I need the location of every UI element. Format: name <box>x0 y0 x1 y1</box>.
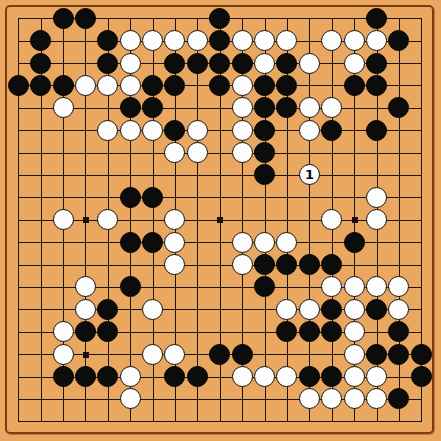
black-stone <box>142 187 163 208</box>
white-stone <box>299 299 320 320</box>
white-stone <box>187 120 208 141</box>
black-stone <box>209 75 230 96</box>
marked-stone-move-1: 1 <box>299 164 320 185</box>
black-stone <box>344 75 365 96</box>
white-stone <box>187 142 208 163</box>
white-stone <box>120 388 141 409</box>
white-stone <box>276 30 297 51</box>
white-stone <box>299 53 320 74</box>
white-stone <box>388 299 409 320</box>
black-stone <box>388 388 409 409</box>
white-stone <box>232 254 253 275</box>
black-stone <box>299 321 320 342</box>
white-stone <box>388 276 409 297</box>
white-stone <box>120 30 141 51</box>
black-stone <box>254 254 275 275</box>
star-point <box>217 217 223 223</box>
black-stone <box>75 8 96 29</box>
white-stone <box>164 232 185 253</box>
black-stone <box>366 299 387 320</box>
black-stone <box>276 75 297 96</box>
black-stone <box>30 30 51 51</box>
black-stone <box>187 366 208 387</box>
white-stone <box>254 232 275 253</box>
white-stone <box>75 276 96 297</box>
white-stone <box>344 30 365 51</box>
white-stone <box>232 120 253 141</box>
black-stone <box>254 120 275 141</box>
go-board[interactable]: 1 <box>0 0 441 441</box>
white-stone <box>187 30 208 51</box>
black-stone <box>8 75 29 96</box>
black-stone <box>299 366 320 387</box>
white-stone <box>164 30 185 51</box>
white-stone <box>164 344 185 365</box>
screenshot: 1 <box>0 0 441 441</box>
black-stone <box>388 344 409 365</box>
black-stone <box>97 321 118 342</box>
black-stone <box>120 276 141 297</box>
black-stone <box>321 366 342 387</box>
white-stone <box>344 388 365 409</box>
black-stone <box>97 299 118 320</box>
black-stone <box>142 97 163 118</box>
star-point <box>83 217 89 223</box>
black-stone <box>411 366 432 387</box>
black-stone <box>254 97 275 118</box>
grid-line-horizontal <box>18 265 422 266</box>
white-stone <box>344 321 365 342</box>
black-stone <box>366 75 387 96</box>
white-stone <box>142 299 163 320</box>
white-stone <box>53 344 74 365</box>
white-stone <box>232 97 253 118</box>
white-stone <box>299 97 320 118</box>
white-stone <box>53 321 74 342</box>
black-stone <box>232 53 253 74</box>
white-stone <box>366 276 387 297</box>
black-stone <box>30 75 51 96</box>
white-stone <box>120 120 141 141</box>
black-stone <box>411 344 432 365</box>
black-stone <box>276 321 297 342</box>
white-stone <box>321 209 342 230</box>
black-stone <box>53 8 74 29</box>
black-stone <box>276 97 297 118</box>
black-stone <box>366 53 387 74</box>
white-stone <box>232 142 253 163</box>
white-stone <box>276 299 297 320</box>
white-stone <box>97 120 118 141</box>
white-stone <box>142 120 163 141</box>
black-stone <box>254 164 275 185</box>
black-stone <box>254 75 275 96</box>
white-stone <box>142 344 163 365</box>
white-stone <box>142 30 163 51</box>
white-stone <box>276 366 297 387</box>
white-stone <box>276 232 297 253</box>
white-stone <box>232 30 253 51</box>
white-stone <box>232 366 253 387</box>
white-stone <box>344 366 365 387</box>
black-stone <box>120 232 141 253</box>
white-stone <box>321 30 342 51</box>
white-stone <box>299 120 320 141</box>
black-stone <box>209 53 230 74</box>
white-stone <box>321 276 342 297</box>
black-stone <box>53 366 74 387</box>
black-stone <box>53 75 74 96</box>
white-stone <box>366 30 387 51</box>
black-stone <box>30 53 51 74</box>
grid-line-vertical <box>309 18 310 422</box>
white-stone <box>75 299 96 320</box>
black-stone <box>164 53 185 74</box>
white-stone <box>344 299 365 320</box>
black-stone <box>299 254 320 275</box>
black-stone <box>97 30 118 51</box>
black-stone <box>209 30 230 51</box>
black-stone <box>164 366 185 387</box>
black-stone <box>120 187 141 208</box>
black-stone <box>388 97 409 118</box>
black-stone <box>254 142 275 163</box>
white-stone <box>120 53 141 74</box>
white-stone <box>366 366 387 387</box>
black-stone <box>321 299 342 320</box>
black-stone <box>344 232 365 253</box>
star-point <box>83 352 89 358</box>
white-stone <box>299 388 320 409</box>
black-stone <box>232 344 253 365</box>
white-stone <box>53 209 74 230</box>
white-stone <box>366 388 387 409</box>
black-stone <box>388 30 409 51</box>
white-stone <box>254 30 275 51</box>
white-stone <box>254 53 275 74</box>
white-stone <box>97 209 118 230</box>
white-stone <box>97 75 118 96</box>
white-stone <box>366 187 387 208</box>
white-stone <box>321 388 342 409</box>
white-stone <box>164 254 185 275</box>
black-stone <box>321 254 342 275</box>
black-stone <box>209 344 230 365</box>
white-stone <box>321 97 342 118</box>
white-stone <box>254 366 275 387</box>
black-stone <box>388 321 409 342</box>
grid-line-horizontal <box>18 421 422 422</box>
black-stone <box>366 120 387 141</box>
white-stone <box>164 209 185 230</box>
white-stone <box>232 75 253 96</box>
white-stone <box>344 53 365 74</box>
white-stone <box>366 209 387 230</box>
white-stone <box>120 75 141 96</box>
black-stone <box>187 53 208 74</box>
white-stone <box>120 366 141 387</box>
black-stone <box>366 8 387 29</box>
white-stone <box>232 232 253 253</box>
black-stone <box>254 276 275 297</box>
white-stone <box>344 344 365 365</box>
black-stone <box>366 344 387 365</box>
white-stone <box>75 75 96 96</box>
black-stone <box>164 120 185 141</box>
black-stone <box>75 321 96 342</box>
black-stone <box>142 232 163 253</box>
white-stone <box>53 97 74 118</box>
black-stone <box>164 75 185 96</box>
white-stone <box>344 276 365 297</box>
black-stone <box>97 366 118 387</box>
move-number-label: 1 <box>305 168 314 181</box>
star-point <box>352 217 358 223</box>
black-stone <box>321 120 342 141</box>
black-stone <box>75 366 96 387</box>
black-stone <box>142 75 163 96</box>
black-stone <box>276 254 297 275</box>
black-stone <box>97 53 118 74</box>
black-stone <box>276 53 297 74</box>
black-stone <box>120 97 141 118</box>
black-stone <box>209 8 230 29</box>
black-stone <box>321 321 342 342</box>
white-stone <box>164 142 185 163</box>
